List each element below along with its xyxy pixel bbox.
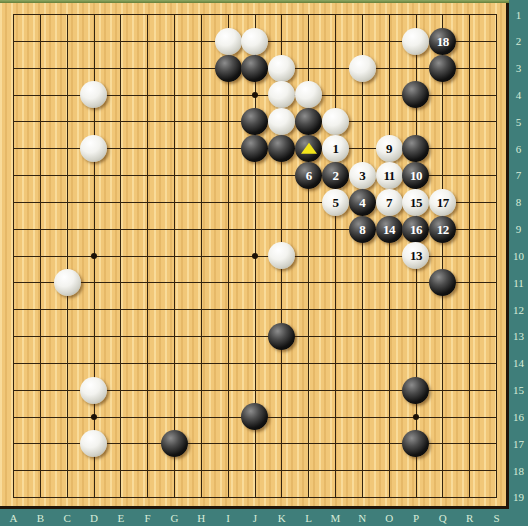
grid-cell xyxy=(228,229,255,256)
grid-cell xyxy=(13,443,40,470)
grid-cell xyxy=(13,417,40,444)
grid-cell xyxy=(469,390,496,417)
grid-cell xyxy=(147,68,174,95)
row-label-11: 11 xyxy=(509,277,528,289)
grid-cell xyxy=(335,363,362,390)
grid-cell xyxy=(174,336,201,363)
column-label-E: E xyxy=(113,511,129,525)
grid-cell xyxy=(255,470,282,497)
grid-cell xyxy=(147,121,174,148)
grid-cell xyxy=(228,443,255,470)
row-label-17: 17 xyxy=(509,438,528,450)
grid-cell xyxy=(174,95,201,122)
grid-cell xyxy=(442,417,469,444)
grid-cell xyxy=(174,148,201,175)
move-number: 13 xyxy=(410,249,422,262)
star-point xyxy=(413,414,419,420)
grid-cell xyxy=(389,309,416,336)
grid-cell xyxy=(416,470,443,497)
grid-cell xyxy=(13,363,40,390)
column-label-L: L xyxy=(301,511,317,525)
grid-cell xyxy=(120,148,147,175)
grid-cell xyxy=(13,202,40,229)
grid-cell xyxy=(469,68,496,95)
grid-cell xyxy=(147,470,174,497)
row-label-16: 16 xyxy=(509,411,528,423)
grid-cell xyxy=(469,229,496,256)
grid-cell xyxy=(120,229,147,256)
stone-black-O9[interactable]: 14 xyxy=(376,216,403,243)
star-point xyxy=(91,414,97,420)
grid-cell xyxy=(40,148,67,175)
grid-cell xyxy=(40,68,67,95)
grid-cell xyxy=(120,14,147,41)
grid-cell xyxy=(120,470,147,497)
grid-cell xyxy=(174,175,201,202)
grid-cell xyxy=(67,336,94,363)
grid-cell xyxy=(120,68,147,95)
row-label-13: 13 xyxy=(509,330,528,342)
grid-cell xyxy=(201,282,228,309)
column-label-N: N xyxy=(354,511,370,525)
grid-cell xyxy=(335,443,362,470)
grid-cell xyxy=(40,229,67,256)
row-label-10: 10 xyxy=(509,250,528,262)
column-label-Q: Q xyxy=(435,511,451,525)
grid-cell xyxy=(469,148,496,175)
grid-cell xyxy=(201,309,228,336)
grid-cell xyxy=(469,95,496,122)
grid-cell xyxy=(13,68,40,95)
grid-cell xyxy=(442,148,469,175)
grid-cell xyxy=(94,229,121,256)
grid-cell xyxy=(174,363,201,390)
grid-cell xyxy=(255,282,282,309)
grid-cell xyxy=(94,202,121,229)
grid-cell xyxy=(174,256,201,283)
grid-cell xyxy=(40,95,67,122)
grid-cell xyxy=(308,282,335,309)
grid-cell xyxy=(147,390,174,417)
row-label-8: 8 xyxy=(509,196,528,208)
grid-cell xyxy=(120,390,147,417)
column-label-P: P xyxy=(408,511,424,525)
grid-cell xyxy=(94,470,121,497)
stone-black-M7[interactable]: 2 xyxy=(322,162,349,189)
grid-cell xyxy=(255,443,282,470)
stone-black-N9[interactable]: 8 xyxy=(349,216,376,243)
grid-cell xyxy=(201,363,228,390)
go-board[interactable]: 181962311105471517814161213 xyxy=(0,0,509,509)
row-label-18: 18 xyxy=(509,465,528,477)
grid-cell xyxy=(40,390,67,417)
row-label-15: 15 xyxy=(509,384,528,396)
grid-cell xyxy=(13,121,40,148)
grid-cell xyxy=(40,470,67,497)
grid-cell xyxy=(335,336,362,363)
grid-cell xyxy=(308,470,335,497)
grid-cell xyxy=(120,41,147,68)
grid-cell xyxy=(442,470,469,497)
move-number: 7 xyxy=(386,196,392,209)
move-number: 10 xyxy=(410,169,422,182)
stone-white-M6[interactable]: 1 xyxy=(322,135,349,162)
grid-cell xyxy=(362,470,389,497)
star-point xyxy=(91,253,97,259)
column-label-K: K xyxy=(274,511,290,525)
stone-white-Q8[interactable]: 17 xyxy=(429,189,456,216)
grid-cell xyxy=(201,202,228,229)
stone-black-I3[interactable] xyxy=(215,55,242,82)
move-number: 15 xyxy=(410,196,422,209)
grid-cell xyxy=(174,202,201,229)
stone-black-Q9[interactable]: 12 xyxy=(429,216,456,243)
grid-cell xyxy=(469,470,496,497)
grid-cell xyxy=(147,336,174,363)
grid-cell xyxy=(389,336,416,363)
move-number: 3 xyxy=(359,169,365,182)
move-number: 14 xyxy=(383,223,395,236)
grid-cell xyxy=(120,95,147,122)
grid-cell xyxy=(255,202,282,229)
stone-black-Q2[interactable]: 18 xyxy=(429,28,456,55)
grid-cell xyxy=(335,417,362,444)
grid-cell xyxy=(281,417,308,444)
grid-cell xyxy=(174,309,201,336)
grid-cell xyxy=(120,256,147,283)
grid-cell xyxy=(308,363,335,390)
move-number: 17 xyxy=(437,196,449,209)
grid-cell xyxy=(147,95,174,122)
grid-cell xyxy=(174,14,201,41)
grid-cell xyxy=(228,282,255,309)
grid-cell xyxy=(308,417,335,444)
grid-cell xyxy=(228,175,255,202)
grid-cell xyxy=(120,443,147,470)
grid-cell xyxy=(120,175,147,202)
stone-black-L7[interactable]: 6 xyxy=(295,162,322,189)
column-label-O: O xyxy=(381,511,397,525)
grid-cell xyxy=(335,390,362,417)
grid-cell xyxy=(120,121,147,148)
move-number: 6 xyxy=(306,169,312,182)
grid-cell xyxy=(308,229,335,256)
grid-cell xyxy=(469,14,496,41)
grid-cell xyxy=(147,282,174,309)
board-top-edge xyxy=(0,0,509,3)
grid-cell xyxy=(228,202,255,229)
grid-cell xyxy=(308,256,335,283)
triangle-marker-icon xyxy=(301,142,317,153)
move-number: 9 xyxy=(386,142,392,155)
grid-cell xyxy=(147,14,174,41)
grid-cell xyxy=(335,14,362,41)
grid-cell xyxy=(13,309,40,336)
grid-cell xyxy=(201,336,228,363)
grid-cell xyxy=(13,229,40,256)
row-label-5: 5 xyxy=(509,116,528,128)
grid-cell xyxy=(67,470,94,497)
grid-cell xyxy=(13,175,40,202)
row-label-19: 19 xyxy=(509,491,528,503)
stone-black-P15[interactable] xyxy=(402,377,429,404)
grid-cell xyxy=(389,282,416,309)
column-label-M: M xyxy=(327,511,343,525)
grid-cell xyxy=(174,229,201,256)
grid-cell xyxy=(308,336,335,363)
grid-cell xyxy=(94,336,121,363)
row-label-2: 2 xyxy=(509,35,528,47)
grid-cell xyxy=(469,417,496,444)
row-label-12: 12 xyxy=(509,304,528,316)
grid-cell xyxy=(281,14,308,41)
grid-cell xyxy=(201,256,228,283)
grid-cell xyxy=(147,229,174,256)
row-label-6: 6 xyxy=(509,143,528,155)
grid-cell xyxy=(67,309,94,336)
grid-cell xyxy=(335,309,362,336)
grid-cell xyxy=(147,363,174,390)
grid-cell xyxy=(94,14,121,41)
stone-white-C11[interactable] xyxy=(54,269,81,296)
grid-cell xyxy=(94,282,121,309)
grid-cell xyxy=(94,309,121,336)
grid-cell xyxy=(442,309,469,336)
row-label-3: 3 xyxy=(509,62,528,74)
grid-cell xyxy=(469,443,496,470)
grid-cell xyxy=(40,202,67,229)
grid-cell xyxy=(40,121,67,148)
grid-cell xyxy=(228,309,255,336)
stone-white-K3[interactable] xyxy=(268,55,295,82)
grid-cell xyxy=(362,309,389,336)
grid-cell xyxy=(362,282,389,309)
grid-cell xyxy=(40,41,67,68)
column-label-A: A xyxy=(6,511,22,525)
grid-cell xyxy=(362,256,389,283)
grid-cell xyxy=(120,309,147,336)
grid-cell xyxy=(67,202,94,229)
grid-cell xyxy=(201,443,228,470)
column-label-C: C xyxy=(59,511,75,525)
grid-cell xyxy=(13,390,40,417)
grid-cell xyxy=(416,309,443,336)
grid-cell xyxy=(13,470,40,497)
grid-cell xyxy=(201,95,228,122)
star-point xyxy=(252,253,258,259)
row-label-14: 14 xyxy=(509,357,528,369)
grid-cell xyxy=(469,309,496,336)
column-label-G: G xyxy=(166,511,182,525)
grid-cell xyxy=(442,95,469,122)
grid-cell xyxy=(442,390,469,417)
move-number: 16 xyxy=(410,223,422,236)
stone-black-N8[interactable]: 4 xyxy=(349,189,376,216)
grid-cell xyxy=(416,336,443,363)
column-label-H: H xyxy=(193,511,209,525)
grid-cell xyxy=(201,417,228,444)
grid-cell xyxy=(120,336,147,363)
grid-cell xyxy=(308,443,335,470)
column-label-D: D xyxy=(86,511,102,525)
grid-cell xyxy=(40,443,67,470)
grid-cell xyxy=(174,121,201,148)
grid-cell xyxy=(442,363,469,390)
stone-black-J3[interactable] xyxy=(241,55,268,82)
grid-cell xyxy=(147,202,174,229)
grid-cell xyxy=(362,417,389,444)
grid-cell xyxy=(94,256,121,283)
move-number: 1 xyxy=(332,142,338,155)
grid-cell xyxy=(120,282,147,309)
row-label-7: 7 xyxy=(509,169,528,181)
move-number: 5 xyxy=(332,196,338,209)
grid-cell xyxy=(308,41,335,68)
stone-white-O8[interactable]: 7 xyxy=(376,189,403,216)
grid-cell xyxy=(255,175,282,202)
column-label-R: R xyxy=(462,511,478,525)
grid-cell xyxy=(228,336,255,363)
grid-cell xyxy=(469,363,496,390)
grid-cell xyxy=(469,41,496,68)
grid-cell xyxy=(147,148,174,175)
grid-cell xyxy=(281,390,308,417)
grid-cell xyxy=(362,443,389,470)
grid-cell xyxy=(201,121,228,148)
grid-cell xyxy=(94,41,121,68)
grid-cell xyxy=(228,470,255,497)
grid-cell xyxy=(94,175,121,202)
grid-cell xyxy=(174,390,201,417)
grid-cell xyxy=(469,336,496,363)
column-label-F: F xyxy=(140,511,156,525)
row-label-1: 1 xyxy=(509,9,528,21)
grid-cell xyxy=(281,202,308,229)
grid-cell xyxy=(469,175,496,202)
grid-cell xyxy=(335,282,362,309)
grid-cell xyxy=(201,470,228,497)
grid-cell xyxy=(469,121,496,148)
star-point xyxy=(252,92,258,98)
grid-cell xyxy=(228,363,255,390)
grid-cell xyxy=(174,68,201,95)
move-number: 8 xyxy=(359,223,365,236)
grid-cell xyxy=(120,202,147,229)
stone-white-N7[interactable]: 3 xyxy=(349,162,376,189)
grid-cell xyxy=(469,202,496,229)
row-label-9: 9 xyxy=(509,223,528,235)
grid-cell xyxy=(13,14,40,41)
grid-cell xyxy=(362,95,389,122)
grid-cell xyxy=(67,229,94,256)
grid-cell xyxy=(308,390,335,417)
column-label-S: S xyxy=(488,511,504,525)
grid-cell xyxy=(281,470,308,497)
grid-cell xyxy=(335,256,362,283)
grid-cell xyxy=(362,336,389,363)
grid-cell xyxy=(335,470,362,497)
stone-white-O6[interactable]: 9 xyxy=(376,135,403,162)
grid-cell xyxy=(13,282,40,309)
grid-cell xyxy=(147,175,174,202)
grid-cell xyxy=(40,417,67,444)
row-label-4: 4 xyxy=(509,89,528,101)
grid-cell xyxy=(40,175,67,202)
grid-cell xyxy=(13,95,40,122)
grid-cell xyxy=(120,417,147,444)
grid-cell xyxy=(442,336,469,363)
grid-cell xyxy=(362,390,389,417)
grid-cell xyxy=(281,363,308,390)
grid-cell xyxy=(255,363,282,390)
grid-cell xyxy=(13,148,40,175)
stone-white-D15[interactable] xyxy=(80,377,107,404)
grid-cell xyxy=(201,148,228,175)
grid-cell xyxy=(67,14,94,41)
grid-cell xyxy=(362,14,389,41)
grid-cell xyxy=(67,41,94,68)
column-label-J: J xyxy=(247,511,263,525)
grid-cell xyxy=(201,390,228,417)
grid-cell xyxy=(469,256,496,283)
move-number: 11 xyxy=(383,169,394,182)
move-number: 4 xyxy=(359,196,365,209)
go-diagram-window: 181962311105471517814161213 123456789101… xyxy=(0,0,528,526)
grid-cell xyxy=(201,229,228,256)
stone-white-M8[interactable]: 5 xyxy=(322,189,349,216)
column-label-B: B xyxy=(32,511,48,525)
grid-cell xyxy=(147,41,174,68)
grid-cell xyxy=(40,309,67,336)
grid-cell xyxy=(67,175,94,202)
grid-cell xyxy=(40,363,67,390)
grid-cell xyxy=(40,14,67,41)
stone-black-P9[interactable]: 16 xyxy=(402,216,429,243)
grid-cell xyxy=(308,14,335,41)
move-number: 2 xyxy=(332,169,338,182)
grid-cell xyxy=(174,41,201,68)
grid-cell xyxy=(201,175,228,202)
grid-cell xyxy=(228,256,255,283)
grid-cell xyxy=(120,363,147,390)
grid-cell xyxy=(308,309,335,336)
grid-cell xyxy=(13,41,40,68)
stone-black-Q3[interactable] xyxy=(429,55,456,82)
move-number: 18 xyxy=(437,35,449,48)
stone-white-O7[interactable]: 11 xyxy=(376,162,403,189)
move-number: 12 xyxy=(437,223,449,236)
grid-cell xyxy=(362,363,389,390)
grid-cell xyxy=(147,256,174,283)
grid-cell xyxy=(13,256,40,283)
grid-cell xyxy=(174,470,201,497)
grid-cell xyxy=(13,336,40,363)
grid-cell xyxy=(147,309,174,336)
grid-cell xyxy=(40,336,67,363)
grid-cell xyxy=(442,443,469,470)
grid-cell xyxy=(174,282,201,309)
grid-cell xyxy=(442,121,469,148)
grid-cell xyxy=(281,282,308,309)
grid-cell xyxy=(469,282,496,309)
column-label-I: I xyxy=(220,511,236,525)
grid-cell xyxy=(281,443,308,470)
grid-cell xyxy=(389,470,416,497)
stone-white-N3[interactable] xyxy=(349,55,376,82)
stone-white-I2[interactable] xyxy=(215,28,242,55)
